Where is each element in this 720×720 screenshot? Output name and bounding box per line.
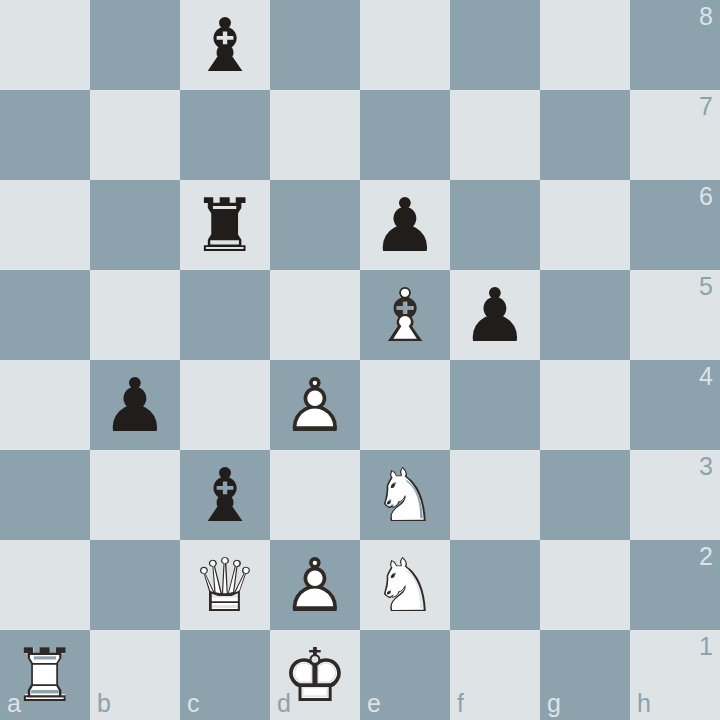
square-e5[interactable]: ♝♗ bbox=[360, 270, 450, 360]
file-label-c: c bbox=[187, 689, 200, 718]
square-b5[interactable] bbox=[90, 270, 180, 360]
white-rook-glyph-fill: ♜ bbox=[1, 631, 88, 718]
square-b2[interactable] bbox=[90, 540, 180, 630]
square-f1[interactable]: f bbox=[450, 630, 540, 720]
square-d3[interactable] bbox=[270, 450, 360, 540]
square-a7[interactable] bbox=[0, 90, 90, 180]
square-c4[interactable] bbox=[180, 360, 270, 450]
black-pawn[interactable]: ♟ bbox=[450, 270, 540, 360]
square-a1[interactable]: ♜♖a bbox=[0, 630, 90, 720]
square-e4[interactable] bbox=[360, 360, 450, 450]
black-pawn-glyph: ♟ bbox=[360, 180, 450, 270]
square-h6[interactable]: 6 bbox=[630, 180, 720, 270]
black-pawn[interactable]: ♟ bbox=[90, 360, 180, 450]
square-c3[interactable]: ♝ bbox=[180, 450, 270, 540]
square-b8[interactable] bbox=[90, 0, 180, 90]
square-g7[interactable] bbox=[540, 90, 630, 180]
rank-label-5: 5 bbox=[699, 272, 713, 301]
white-pawn[interactable]: ♟♙ bbox=[270, 540, 360, 630]
black-pawn-glyph: ♟ bbox=[90, 360, 180, 450]
white-knight-glyph: ♘ bbox=[360, 450, 450, 540]
white-king[interactable]: ♚♔ bbox=[270, 630, 360, 720]
white-queen-glyph: ♕ bbox=[180, 540, 270, 630]
square-d1[interactable]: ♚♔d bbox=[270, 630, 360, 720]
white-pawn-glyph: ♙ bbox=[270, 360, 360, 450]
square-a3[interactable] bbox=[0, 450, 90, 540]
square-h2[interactable]: 2 bbox=[630, 540, 720, 630]
white-knight-glyph-fill: ♞ bbox=[361, 541, 448, 628]
square-b3[interactable] bbox=[90, 450, 180, 540]
white-queen[interactable]: ♛♕ bbox=[180, 540, 270, 630]
white-pawn-glyph-fill: ♟ bbox=[271, 361, 358, 448]
square-g5[interactable] bbox=[540, 270, 630, 360]
square-g1[interactable]: g bbox=[540, 630, 630, 720]
square-e7[interactable] bbox=[360, 90, 450, 180]
square-b4[interactable]: ♟ bbox=[90, 360, 180, 450]
square-e2[interactable]: ♞♘ bbox=[360, 540, 450, 630]
white-pawn[interactable]: ♟♙ bbox=[270, 360, 360, 450]
square-c1[interactable]: c bbox=[180, 630, 270, 720]
white-pawn-glyph-fill: ♟ bbox=[271, 541, 358, 628]
white-queen-glyph-fill: ♛ bbox=[181, 541, 268, 628]
square-a8[interactable] bbox=[0, 0, 90, 90]
rank-label-7: 7 bbox=[699, 92, 713, 121]
square-a2[interactable] bbox=[0, 540, 90, 630]
square-h1[interactable]: h1 bbox=[630, 630, 720, 720]
white-knight-glyph: ♘ bbox=[360, 540, 450, 630]
white-bishop-glyph: ♗ bbox=[360, 270, 450, 360]
rank-label-4: 4 bbox=[699, 362, 713, 391]
white-pawn-glyph: ♙ bbox=[270, 540, 360, 630]
file-label-h: h bbox=[637, 689, 651, 718]
square-b6[interactable] bbox=[90, 180, 180, 270]
white-rook-glyph: ♖ bbox=[0, 630, 90, 720]
square-b7[interactable] bbox=[90, 90, 180, 180]
square-h5[interactable]: 5 bbox=[630, 270, 720, 360]
square-e1[interactable]: e bbox=[360, 630, 450, 720]
square-c8[interactable]: ♝ bbox=[180, 0, 270, 90]
square-f6[interactable] bbox=[450, 180, 540, 270]
square-g4[interactable] bbox=[540, 360, 630, 450]
square-f3[interactable] bbox=[450, 450, 540, 540]
file-label-e: e bbox=[367, 689, 381, 718]
white-knight[interactable]: ♞♘ bbox=[360, 450, 450, 540]
square-h8[interactable]: 8 bbox=[630, 0, 720, 90]
square-h4[interactable]: 4 bbox=[630, 360, 720, 450]
square-g8[interactable] bbox=[540, 0, 630, 90]
black-rook[interactable]: ♜ bbox=[180, 180, 270, 270]
file-label-f: f bbox=[457, 689, 464, 718]
square-a4[interactable] bbox=[0, 360, 90, 450]
white-king-glyph-fill: ♚ bbox=[271, 631, 358, 718]
square-c5[interactable] bbox=[180, 270, 270, 360]
rank-label-2: 2 bbox=[699, 542, 713, 571]
square-a6[interactable] bbox=[0, 180, 90, 270]
square-b1[interactable]: b bbox=[90, 630, 180, 720]
square-f8[interactable] bbox=[450, 0, 540, 90]
rank-label-8: 8 bbox=[699, 2, 713, 31]
rank-label-1: 1 bbox=[699, 632, 713, 661]
white-bishop-glyph-fill: ♝ bbox=[361, 271, 448, 358]
square-e3[interactable]: ♞♘ bbox=[360, 450, 450, 540]
black-bishop[interactable]: ♝ bbox=[180, 450, 270, 540]
black-bishop-glyph: ♝ bbox=[180, 0, 270, 90]
square-a5[interactable] bbox=[0, 270, 90, 360]
square-d5[interactable] bbox=[270, 270, 360, 360]
square-d6[interactable] bbox=[270, 180, 360, 270]
square-d2[interactable]: ♟♙ bbox=[270, 540, 360, 630]
square-c2[interactable]: ♛♕ bbox=[180, 540, 270, 630]
black-pawn[interactable]: ♟ bbox=[360, 180, 450, 270]
square-g3[interactable] bbox=[540, 450, 630, 540]
square-f2[interactable] bbox=[450, 540, 540, 630]
square-d7[interactable] bbox=[270, 90, 360, 180]
square-c7[interactable] bbox=[180, 90, 270, 180]
square-e6[interactable]: ♟ bbox=[360, 180, 450, 270]
square-f5[interactable]: ♟ bbox=[450, 270, 540, 360]
file-label-b: b bbox=[97, 689, 111, 718]
square-c6[interactable]: ♜ bbox=[180, 180, 270, 270]
rank-label-3: 3 bbox=[699, 452, 713, 481]
square-f7[interactable] bbox=[450, 90, 540, 180]
black-bishop[interactable]: ♝ bbox=[180, 0, 270, 90]
black-bishop-glyph: ♝ bbox=[180, 450, 270, 540]
white-knight-glyph-fill: ♞ bbox=[361, 451, 448, 538]
square-h3[interactable]: 3 bbox=[630, 450, 720, 540]
black-pawn-glyph: ♟ bbox=[450, 270, 540, 360]
white-knight[interactable]: ♞♘ bbox=[360, 540, 450, 630]
square-e8[interactable] bbox=[360, 0, 450, 90]
square-f4[interactable] bbox=[450, 360, 540, 450]
square-d8[interactable] bbox=[270, 0, 360, 90]
white-king-glyph: ♔ bbox=[270, 630, 360, 720]
square-h7[interactable]: 7 bbox=[630, 90, 720, 180]
square-g6[interactable] bbox=[540, 180, 630, 270]
black-rook-glyph: ♜ bbox=[180, 180, 270, 270]
rank-label-6: 6 bbox=[699, 182, 713, 211]
file-label-g: g bbox=[547, 689, 561, 718]
white-bishop[interactable]: ♝♗ bbox=[360, 270, 450, 360]
white-rook[interactable]: ♜♖ bbox=[0, 630, 90, 720]
chess-board: ♝87♜♟6♝♗♟5♟♟♙4♝♞♘3♛♕♟♙♞♘2♜♖abc♚♔defgh1 bbox=[0, 0, 720, 720]
square-d4[interactable]: ♟♙ bbox=[270, 360, 360, 450]
square-g2[interactable] bbox=[540, 540, 630, 630]
